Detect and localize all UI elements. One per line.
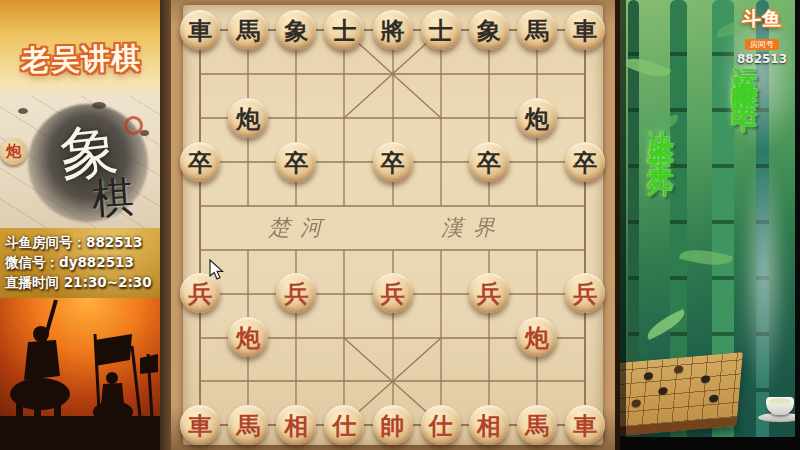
right-panel-right-edge [795,0,800,450]
piece-black-soldier[interactable]: 卒 [276,142,316,182]
piece-black-cannon[interactable]: 炮 [228,98,268,138]
piece-black-chariot[interactable]: 車 [565,10,605,50]
douyu-brand-text: 斗鱼 [731,6,793,32]
piece-red-cannon[interactable]: 炮 [228,317,268,357]
piece-black-advisor[interactable]: 士 [324,10,364,50]
piece-black-soldier[interactable]: 卒 [469,142,509,182]
ink-painting-section: 炮 象 棋 [0,96,160,230]
piece-black-horse[interactable]: 馬 [517,10,557,50]
piece-red-horse[interactable]: 馬 [517,405,557,445]
piece-black-soldier[interactable]: 卒 [373,142,413,182]
incense-smoke-art [740,150,788,400]
piece-red-advisor[interactable]: 仕 [324,405,364,445]
channel-title: 老吴讲棋 [2,38,160,82]
piece-black-elephant[interactable]: 象 [469,10,509,50]
piece-red-soldier[interactable]: 兵 [276,273,316,313]
river-label-han: 漢界 [441,213,505,243]
left-banner-panel: 老吴讲棋 炮 象 棋 斗鱼房间号：882513 微信号：dy882513 直播时… [0,0,160,450]
cannon-piece-art: 炮 [0,138,27,165]
piece-red-elephant[interactable]: 相 [276,405,316,445]
warrior-silhouette-art [0,298,160,450]
piece-black-chariot[interactable]: 車 [180,10,220,50]
piece-black-elephant[interactable]: 象 [276,10,316,50]
stream-screenshot: 老吴讲棋 炮 象 棋 斗鱼房间号：882513 微信号：dy882513 直播时… [0,0,800,450]
battle-artwork [0,298,160,450]
tea-cup-art [766,397,794,415]
piece-black-general[interactable]: 將 [373,10,413,50]
douyu-room-chip: 房间号 [745,39,779,50]
contact-info-section: 斗鱼房间号：882513 微信号：dy882513 直播时间 21:30~2:3… [0,228,160,298]
wechat-line: 微信号：dy882513 [5,254,160,272]
piece-black-soldier[interactable]: 卒 [180,142,220,182]
piece-red-soldier[interactable]: 兵 [373,273,413,313]
schedule-line: 直播时间 21:30~2:30 [5,274,160,292]
douyu-logo: 斗鱼 房间号 882513 [731,6,793,66]
right-panel-left-edge [620,0,626,450]
slogan-left-column: 决胜千里之外 [644,110,679,158]
piece-red-chariot[interactable]: 車 [565,405,605,445]
piece-red-cannon[interactable]: 炮 [517,317,557,357]
board-grid [160,0,620,450]
piece-black-cannon[interactable]: 炮 [517,98,557,138]
piece-black-horse[interactable]: 馬 [228,10,268,50]
piece-red-horse[interactable]: 馬 [228,405,268,445]
mouse-cursor-icon [209,259,225,281]
piece-black-soldier[interactable]: 卒 [565,142,605,182]
xiangqi-board-panel: 楚河 漢界 車馬象士將士象馬車炮炮卒卒卒卒卒兵兵兵兵兵炮炮車馬相仕帥仕相馬車 [160,0,620,450]
douyu-room-number: 882513 [731,52,793,66]
calligraphy-qi: 棋 [90,169,136,228]
piece-red-general[interactable]: 帥 [373,405,413,445]
piece-red-soldier[interactable]: 兵 [469,273,509,313]
river-label-chu: 楚河 [268,213,332,243]
piece-red-advisor[interactable]: 仕 [421,405,461,445]
piece-black-advisor[interactable]: 士 [421,10,461,50]
room-number-line: 斗鱼房间号：882513 [5,234,160,252]
right-banner-panel: 斗鱼 房间号 882513 运筹帷幄之中 决胜千里之外 [620,0,800,450]
piece-red-elephant[interactable]: 相 [469,405,509,445]
piece-red-soldier[interactable]: 兵 [565,273,605,313]
mini-board-art [620,352,743,437]
piece-red-chariot[interactable]: 車 [180,405,220,445]
right-panel-bottom-edge [620,437,800,450]
